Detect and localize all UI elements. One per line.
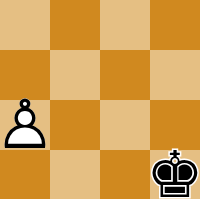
square-d2[interactable]: [150, 100, 200, 150]
square-b3[interactable]: [50, 50, 100, 100]
square-a3[interactable]: [0, 50, 50, 100]
square-a1[interactable]: [0, 150, 50, 199]
square-b1[interactable]: [50, 150, 100, 199]
square-c3[interactable]: [100, 50, 150, 100]
white-pawn[interactable]: ♟♙: [0, 100, 50, 150]
square-a4[interactable]: [0, 0, 50, 50]
square-a2[interactable]: ♟♙: [0, 100, 50, 150]
black-king-highlight: ♚: [150, 150, 200, 199]
square-d1[interactable]: ♚♚: [150, 150, 200, 199]
square-b4[interactable]: [50, 0, 100, 50]
square-d3[interactable]: [150, 50, 200, 100]
white-pawn-outline: ♙: [0, 100, 50, 150]
black-king[interactable]: ♚♚: [150, 150, 200, 199]
square-b2[interactable]: [50, 100, 100, 150]
white-pawn-fill: ♟: [0, 100, 50, 150]
black-king-glyph: ♚: [150, 150, 200, 199]
square-d4[interactable]: [150, 0, 200, 50]
square-c4[interactable]: [100, 0, 150, 50]
chess-board: ♟♙♚♚: [0, 0, 200, 199]
square-c1[interactable]: [100, 150, 150, 199]
square-c2[interactable]: [100, 100, 150, 150]
